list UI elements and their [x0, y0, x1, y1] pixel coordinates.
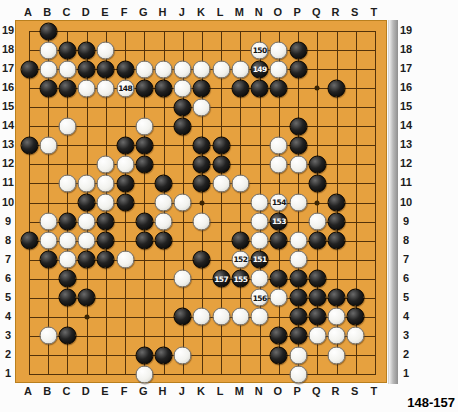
intersection-B3[interactable]	[39, 326, 58, 345]
intersection-D15[interactable]	[77, 98, 96, 117]
intersection-B2[interactable]	[39, 346, 58, 365]
intersection-P13[interactable]	[289, 136, 308, 155]
intersection-J1[interactable]	[173, 365, 192, 384]
intersection-S16[interactable]	[346, 79, 365, 98]
intersection-R12[interactable]	[327, 155, 346, 174]
intersection-T15[interactable]	[365, 98, 384, 117]
intersection-F13[interactable]	[116, 136, 135, 155]
intersection-E17[interactable]	[96, 60, 115, 79]
intersection-S5[interactable]	[346, 288, 365, 307]
intersection-P8[interactable]	[289, 231, 308, 250]
intersection-G1[interactable]	[135, 365, 154, 384]
intersection-G8[interactable]	[135, 231, 154, 250]
intersection-S15[interactable]	[346, 98, 365, 117]
intersection-O17[interactable]	[269, 60, 288, 79]
intersection-M11[interactable]	[231, 174, 250, 193]
intersection-P12[interactable]	[289, 155, 308, 174]
intersection-J7[interactable]	[173, 250, 192, 269]
intersection-C8[interactable]	[58, 231, 77, 250]
intersection-L7[interactable]	[212, 250, 231, 269]
intersection-D7[interactable]	[77, 250, 96, 269]
intersection-L13[interactable]	[212, 136, 231, 155]
intersection-M12[interactable]	[231, 155, 250, 174]
intersection-T14[interactable]	[365, 117, 384, 136]
intersection-S11[interactable]	[346, 174, 365, 193]
intersection-R14[interactable]	[327, 117, 346, 136]
intersection-N3[interactable]	[250, 326, 269, 345]
intersection-L2[interactable]	[212, 346, 231, 365]
intersection-B5[interactable]	[39, 288, 58, 307]
intersection-T6[interactable]	[365, 269, 384, 288]
intersection-N2[interactable]	[250, 346, 269, 365]
intersection-K10[interactable]	[192, 193, 211, 212]
intersection-C7[interactable]	[58, 250, 77, 269]
intersection-C9[interactable]	[58, 212, 77, 231]
intersection-H16[interactable]	[154, 79, 173, 98]
intersection-A16[interactable]	[20, 79, 39, 98]
intersection-L6[interactable]: 157	[212, 269, 231, 288]
intersection-M17[interactable]	[231, 60, 250, 79]
intersection-C13[interactable]	[58, 136, 77, 155]
intersection-L3[interactable]	[212, 326, 231, 345]
intersection-N5[interactable]: 156	[250, 288, 269, 307]
intersection-O4[interactable]	[269, 307, 288, 326]
intersection-E16[interactable]	[96, 79, 115, 98]
intersection-B18[interactable]	[39, 41, 58, 60]
intersection-J19[interactable]	[173, 22, 192, 41]
intersection-D10[interactable]	[77, 193, 96, 212]
intersection-J17[interactable]	[173, 60, 192, 79]
intersection-M13[interactable]	[231, 136, 250, 155]
intersection-A3[interactable]	[20, 326, 39, 345]
intersection-F9[interactable]	[116, 212, 135, 231]
intersection-S17[interactable]	[346, 60, 365, 79]
intersection-K15[interactable]	[192, 98, 211, 117]
intersection-O6[interactable]	[269, 269, 288, 288]
intersection-P11[interactable]	[289, 174, 308, 193]
intersection-N11[interactable]	[250, 174, 269, 193]
intersection-B15[interactable]	[39, 98, 58, 117]
intersection-M6[interactable]: 155	[231, 269, 250, 288]
intersection-P6[interactable]	[289, 269, 308, 288]
intersection-P2[interactable]	[289, 346, 308, 365]
intersection-K18[interactable]	[192, 41, 211, 60]
intersection-N18[interactable]: 150	[250, 41, 269, 60]
intersection-S4[interactable]	[346, 307, 365, 326]
intersection-F2[interactable]	[116, 346, 135, 365]
intersection-R19[interactable]	[327, 22, 346, 41]
intersection-O11[interactable]	[269, 174, 288, 193]
intersection-D18[interactable]	[77, 41, 96, 60]
intersection-O12[interactable]	[269, 155, 288, 174]
intersection-O15[interactable]	[269, 98, 288, 117]
intersection-D8[interactable]	[77, 231, 96, 250]
intersection-B8[interactable]	[39, 231, 58, 250]
intersection-C12[interactable]	[58, 155, 77, 174]
intersection-C18[interactable]	[58, 41, 77, 60]
intersection-M15[interactable]	[231, 98, 250, 117]
intersection-R1[interactable]	[327, 365, 346, 384]
intersection-G19[interactable]	[135, 22, 154, 41]
intersection-T13[interactable]	[365, 136, 384, 155]
intersection-J5[interactable]	[173, 288, 192, 307]
intersection-R2[interactable]	[327, 346, 346, 365]
intersection-K1[interactable]	[192, 365, 211, 384]
intersection-O14[interactable]	[269, 117, 288, 136]
intersection-N12[interactable]	[250, 155, 269, 174]
intersection-E5[interactable]	[96, 288, 115, 307]
intersection-P1[interactable]	[289, 365, 308, 384]
intersection-G9[interactable]	[135, 212, 154, 231]
intersection-K16[interactable]	[192, 79, 211, 98]
intersection-K17[interactable]	[192, 60, 211, 79]
intersection-S2[interactable]	[346, 346, 365, 365]
intersection-Q19[interactable]	[308, 22, 327, 41]
intersection-L9[interactable]	[212, 212, 231, 231]
intersection-P19[interactable]	[289, 22, 308, 41]
intersection-C19[interactable]	[58, 22, 77, 41]
intersection-B4[interactable]	[39, 307, 58, 326]
intersection-S19[interactable]	[346, 22, 365, 41]
intersection-G13[interactable]	[135, 136, 154, 155]
intersection-K3[interactable]	[192, 326, 211, 345]
intersection-H2[interactable]	[154, 346, 173, 365]
intersection-M9[interactable]	[231, 212, 250, 231]
intersection-G16[interactable]	[135, 79, 154, 98]
intersection-P4[interactable]	[289, 307, 308, 326]
intersection-O2[interactable]	[269, 346, 288, 365]
intersection-Q2[interactable]	[308, 346, 327, 365]
intersection-J15[interactable]	[173, 98, 192, 117]
intersection-N9[interactable]	[250, 212, 269, 231]
intersection-T7[interactable]	[365, 250, 384, 269]
intersection-A8[interactable]	[20, 231, 39, 250]
intersection-O19[interactable]	[269, 22, 288, 41]
intersection-Q3[interactable]	[308, 326, 327, 345]
intersection-H14[interactable]	[154, 117, 173, 136]
intersection-G17[interactable]	[135, 60, 154, 79]
intersection-K4[interactable]	[192, 307, 211, 326]
intersection-K13[interactable]	[192, 136, 211, 155]
intersection-S12[interactable]	[346, 155, 365, 174]
intersection-R17[interactable]	[327, 60, 346, 79]
intersection-M16[interactable]	[231, 79, 250, 98]
intersection-E10[interactable]	[96, 193, 115, 212]
intersection-F18[interactable]	[116, 41, 135, 60]
intersection-O7[interactable]	[269, 250, 288, 269]
intersection-O10[interactable]: 154	[269, 193, 288, 212]
intersection-T11[interactable]	[365, 174, 384, 193]
intersection-C3[interactable]	[58, 326, 77, 345]
intersection-F1[interactable]	[116, 365, 135, 384]
intersection-H15[interactable]	[154, 98, 173, 117]
intersection-G15[interactable]	[135, 98, 154, 117]
intersection-F8[interactable]	[116, 231, 135, 250]
intersection-J18[interactable]	[173, 41, 192, 60]
intersection-S10[interactable]	[346, 193, 365, 212]
intersection-M3[interactable]	[231, 326, 250, 345]
intersection-K12[interactable]	[192, 155, 211, 174]
intersection-F17[interactable]	[116, 60, 135, 79]
intersection-R11[interactable]	[327, 174, 346, 193]
intersection-S8[interactable]	[346, 231, 365, 250]
intersection-A14[interactable]	[20, 117, 39, 136]
intersection-D14[interactable]	[77, 117, 96, 136]
intersection-A17[interactable]	[20, 60, 39, 79]
intersection-N13[interactable]	[250, 136, 269, 155]
intersection-O5[interactable]	[269, 288, 288, 307]
intersection-T19[interactable]	[365, 22, 384, 41]
intersection-D19[interactable]	[77, 22, 96, 41]
intersection-H8[interactable]	[154, 231, 173, 250]
intersection-O3[interactable]	[269, 326, 288, 345]
intersection-L18[interactable]	[212, 41, 231, 60]
intersection-D5[interactable]	[77, 288, 96, 307]
intersection-D11[interactable]	[77, 174, 96, 193]
intersection-A15[interactable]	[20, 98, 39, 117]
intersection-L10[interactable]	[212, 193, 231, 212]
intersection-K5[interactable]	[192, 288, 211, 307]
intersection-D13[interactable]	[77, 136, 96, 155]
intersection-G18[interactable]	[135, 41, 154, 60]
intersection-A11[interactable]	[20, 174, 39, 193]
intersection-G11[interactable]	[135, 174, 154, 193]
intersection-N1[interactable]	[250, 365, 269, 384]
intersection-D12[interactable]	[77, 155, 96, 174]
intersection-C14[interactable]	[58, 117, 77, 136]
intersection-F3[interactable]	[116, 326, 135, 345]
intersection-F6[interactable]	[116, 269, 135, 288]
intersection-F11[interactable]	[116, 174, 135, 193]
intersection-C10[interactable]	[58, 193, 77, 212]
intersection-B19[interactable]	[39, 22, 58, 41]
intersection-M8[interactable]	[231, 231, 250, 250]
intersection-A19[interactable]	[20, 22, 39, 41]
intersection-D16[interactable]	[77, 79, 96, 98]
intersection-L11[interactable]	[212, 174, 231, 193]
intersection-H3[interactable]	[154, 326, 173, 345]
intersection-F14[interactable]	[116, 117, 135, 136]
intersection-H19[interactable]	[154, 22, 173, 41]
intersection-J12[interactable]	[173, 155, 192, 174]
intersection-D6[interactable]	[77, 269, 96, 288]
intersection-H5[interactable]	[154, 288, 173, 307]
intersection-S1[interactable]	[346, 365, 365, 384]
intersection-K14[interactable]	[192, 117, 211, 136]
intersection-N14[interactable]	[250, 117, 269, 136]
intersection-S3[interactable]	[346, 326, 365, 345]
intersection-G2[interactable]	[135, 346, 154, 365]
intersection-K19[interactable]	[192, 22, 211, 41]
intersection-R4[interactable]	[327, 307, 346, 326]
intersection-R16[interactable]	[327, 79, 346, 98]
intersection-E14[interactable]	[96, 117, 115, 136]
intersection-C1[interactable]	[58, 365, 77, 384]
intersection-C11[interactable]	[58, 174, 77, 193]
intersection-O1[interactable]	[269, 365, 288, 384]
intersection-J16[interactable]	[173, 79, 192, 98]
intersection-E7[interactable]	[96, 250, 115, 269]
intersection-J3[interactable]	[173, 326, 192, 345]
intersection-H13[interactable]	[154, 136, 173, 155]
intersection-O16[interactable]	[269, 79, 288, 98]
intersection-N8[interactable]	[250, 231, 269, 250]
intersection-T12[interactable]	[365, 155, 384, 174]
intersection-C17[interactable]	[58, 60, 77, 79]
intersection-A9[interactable]	[20, 212, 39, 231]
intersection-R10[interactable]	[327, 193, 346, 212]
intersection-T16[interactable]	[365, 79, 384, 98]
intersection-L15[interactable]	[212, 98, 231, 117]
intersection-G3[interactable]	[135, 326, 154, 345]
intersection-M19[interactable]	[231, 22, 250, 41]
intersection-L1[interactable]	[212, 365, 231, 384]
intersection-R9[interactable]	[327, 212, 346, 231]
intersection-T4[interactable]	[365, 307, 384, 326]
intersection-T3[interactable]	[365, 326, 384, 345]
intersection-T18[interactable]	[365, 41, 384, 60]
intersection-J14[interactable]	[173, 117, 192, 136]
intersection-M1[interactable]	[231, 365, 250, 384]
intersection-Q18[interactable]	[308, 41, 327, 60]
intersection-A1[interactable]	[20, 365, 39, 384]
intersection-L19[interactable]	[212, 22, 231, 41]
intersection-A6[interactable]	[20, 269, 39, 288]
intersection-N19[interactable]	[250, 22, 269, 41]
intersection-J2[interactable]	[173, 346, 192, 365]
intersection-K6[interactable]	[192, 269, 211, 288]
intersection-M10[interactable]	[231, 193, 250, 212]
intersection-M5[interactable]	[231, 288, 250, 307]
intersection-T5[interactable]	[365, 288, 384, 307]
intersection-Q17[interactable]	[308, 60, 327, 79]
intersection-P9[interactable]	[289, 212, 308, 231]
intersection-Q1[interactable]	[308, 365, 327, 384]
intersection-D2[interactable]	[77, 346, 96, 365]
intersection-E12[interactable]	[96, 155, 115, 174]
intersection-J4[interactable]	[173, 307, 192, 326]
intersection-P16[interactable]	[289, 79, 308, 98]
intersection-T10[interactable]	[365, 193, 384, 212]
intersection-N17[interactable]: 149	[250, 60, 269, 79]
intersection-P3[interactable]	[289, 326, 308, 345]
intersection-K11[interactable]	[192, 174, 211, 193]
intersection-Q8[interactable]	[308, 231, 327, 250]
intersection-S14[interactable]	[346, 117, 365, 136]
intersection-D17[interactable]	[77, 60, 96, 79]
intersection-Q12[interactable]	[308, 155, 327, 174]
intersection-R7[interactable]	[327, 250, 346, 269]
intersection-N10[interactable]	[250, 193, 269, 212]
intersection-G6[interactable]	[135, 269, 154, 288]
intersection-F7[interactable]	[116, 250, 135, 269]
intersection-E1[interactable]	[96, 365, 115, 384]
intersection-E8[interactable]	[96, 231, 115, 250]
intersection-L14[interactable]	[212, 117, 231, 136]
intersection-T2[interactable]	[365, 346, 384, 365]
intersection-H17[interactable]	[154, 60, 173, 79]
intersection-B6[interactable]	[39, 269, 58, 288]
intersection-N4[interactable]	[250, 307, 269, 326]
intersection-F10[interactable]	[116, 193, 135, 212]
intersection-J6[interactable]	[173, 269, 192, 288]
intersection-J13[interactable]	[173, 136, 192, 155]
intersection-D3[interactable]	[77, 326, 96, 345]
intersection-L12[interactable]	[212, 155, 231, 174]
intersection-L8[interactable]	[212, 231, 231, 250]
intersection-B17[interactable]	[39, 60, 58, 79]
intersection-N7[interactable]: 151	[250, 250, 269, 269]
intersection-C4[interactable]	[58, 307, 77, 326]
intersection-S13[interactable]	[346, 136, 365, 155]
intersection-F5[interactable]	[116, 288, 135, 307]
intersection-Q9[interactable]	[308, 212, 327, 231]
intersection-P18[interactable]	[289, 41, 308, 60]
intersection-B9[interactable]	[39, 212, 58, 231]
intersection-N15[interactable]	[250, 98, 269, 117]
intersection-R18[interactable]	[327, 41, 346, 60]
intersection-R6[interactable]	[327, 269, 346, 288]
intersection-Q16[interactable]	[308, 79, 327, 98]
intersection-B12[interactable]	[39, 155, 58, 174]
intersection-F19[interactable]	[116, 22, 135, 41]
intersection-E3[interactable]	[96, 326, 115, 345]
intersection-G5[interactable]	[135, 288, 154, 307]
intersection-A12[interactable]	[20, 155, 39, 174]
intersection-F15[interactable]	[116, 98, 135, 117]
intersection-E4[interactable]	[96, 307, 115, 326]
intersection-T17[interactable]	[365, 60, 384, 79]
intersection-C15[interactable]	[58, 98, 77, 117]
intersection-D4[interactable]	[77, 307, 96, 326]
intersection-C16[interactable]	[58, 79, 77, 98]
intersection-O18[interactable]	[269, 41, 288, 60]
intersection-R8[interactable]	[327, 231, 346, 250]
intersection-G7[interactable]	[135, 250, 154, 269]
intersection-L5[interactable]	[212, 288, 231, 307]
intersection-L16[interactable]	[212, 79, 231, 98]
intersection-H9[interactable]	[154, 212, 173, 231]
intersection-F4[interactable]	[116, 307, 135, 326]
intersection-S9[interactable]	[346, 212, 365, 231]
intersection-B11[interactable]	[39, 174, 58, 193]
intersection-H11[interactable]	[154, 174, 173, 193]
intersection-T8[interactable]	[365, 231, 384, 250]
intersection-P17[interactable]	[289, 60, 308, 79]
intersection-P7[interactable]	[289, 250, 308, 269]
intersection-S7[interactable]	[346, 250, 365, 269]
intersection-G12[interactable]	[135, 155, 154, 174]
intersection-P10[interactable]	[289, 193, 308, 212]
intersection-C5[interactable]	[58, 288, 77, 307]
intersection-M2[interactable]	[231, 346, 250, 365]
intersection-K7[interactable]	[192, 250, 211, 269]
intersection-A2[interactable]	[20, 346, 39, 365]
intersection-C6[interactable]	[58, 269, 77, 288]
intersection-F16[interactable]: 148	[116, 79, 135, 98]
intersection-R3[interactable]	[327, 326, 346, 345]
intersection-J9[interactable]	[173, 212, 192, 231]
intersection-B13[interactable]	[39, 136, 58, 155]
intersection-Q13[interactable]	[308, 136, 327, 155]
intersection-P15[interactable]	[289, 98, 308, 117]
intersection-H7[interactable]	[154, 250, 173, 269]
intersection-O13[interactable]	[269, 136, 288, 155]
intersection-A4[interactable]	[20, 307, 39, 326]
intersection-J8[interactable]	[173, 231, 192, 250]
intersection-B14[interactable]	[39, 117, 58, 136]
intersection-H12[interactable]	[154, 155, 173, 174]
